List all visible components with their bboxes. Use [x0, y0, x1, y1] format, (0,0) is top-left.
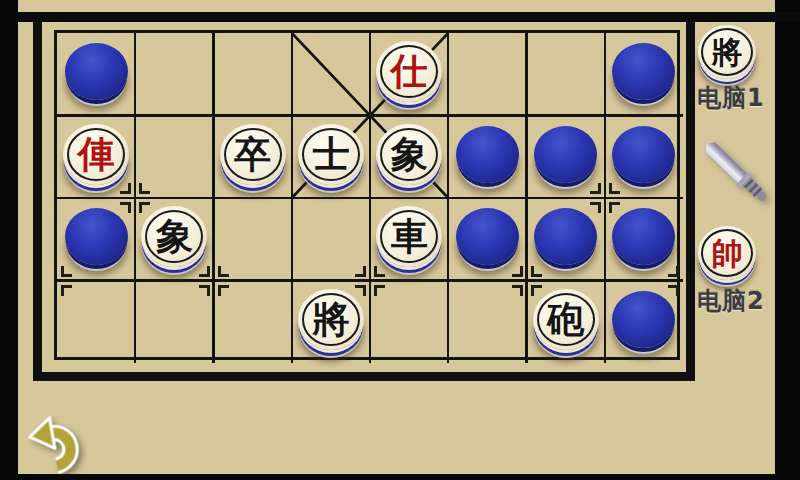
hidden-piece[interactable] — [612, 291, 675, 348]
piece-character: 砲 — [547, 301, 584, 338]
piece-character: 車 — [391, 218, 428, 255]
hidden-piece[interactable] — [456, 208, 519, 265]
piece-character: 象 — [391, 136, 428, 173]
piece-character: 將 — [312, 301, 349, 338]
board-cell[interactable] — [135, 116, 213, 198]
sword-icon — [694, 124, 778, 220]
piece-character: 卒 — [234, 136, 271, 173]
piece-character: 象 — [156, 218, 193, 255]
board-cell[interactable] — [135, 281, 213, 363]
board-cell[interactable] — [214, 33, 292, 115]
piece-character: 士 — [312, 136, 349, 173]
piece-character: 帥 — [712, 238, 743, 269]
board-cell[interactable] — [135, 33, 213, 115]
piece-character: 將 — [712, 37, 743, 68]
board-cell[interactable] — [448, 281, 526, 363]
piece-black[interactable]: 士 — [298, 124, 364, 185]
piece-character: 俥 — [78, 136, 115, 173]
piece-black[interactable]: 砲 — [533, 289, 599, 350]
board-cell[interactable] — [214, 198, 292, 280]
board-cell[interactable] — [292, 33, 370, 115]
board-cell[interactable] — [448, 33, 526, 115]
hidden-piece[interactable] — [456, 126, 519, 183]
piece-black[interactable]: 卒 — [220, 124, 286, 185]
piece-black[interactable]: 象 — [376, 124, 442, 185]
board-grid: 仕俥卒士象象車將砲 — [54, 30, 680, 360]
undo-arrow-icon — [21, 407, 89, 478]
hidden-piece[interactable] — [65, 208, 128, 265]
board-cell[interactable] — [370, 281, 448, 363]
hidden-piece[interactable] — [65, 43, 128, 100]
player1-label: 电脑1 — [697, 82, 783, 114]
hidden-piece[interactable] — [534, 208, 597, 265]
player2-general-piece: 帥 — [698, 226, 756, 280]
hidden-piece[interactable] — [612, 126, 675, 183]
piece-black[interactable]: 將 — [298, 289, 364, 350]
piece-character: 仕 — [391, 53, 428, 90]
game-board: 仕俥卒士象象車將砲 — [33, 12, 695, 381]
board-cell[interactable] — [527, 33, 605, 115]
player2-label: 电脑2 — [697, 285, 783, 317]
sword-blade — [701, 138, 748, 184]
board-cell[interactable] — [57, 281, 135, 363]
board-cell[interactable] — [214, 281, 292, 363]
top-border-bar — [18, 12, 800, 22]
player1-general-piece: 將 — [698, 25, 756, 79]
hidden-piece[interactable] — [534, 126, 597, 183]
piece-black[interactable]: 車 — [376, 206, 442, 267]
piece-red[interactable]: 俥 — [63, 124, 129, 185]
board-cell[interactable] — [292, 198, 370, 280]
back-button[interactable] — [24, 412, 86, 476]
piece-red[interactable]: 仕 — [376, 41, 442, 102]
